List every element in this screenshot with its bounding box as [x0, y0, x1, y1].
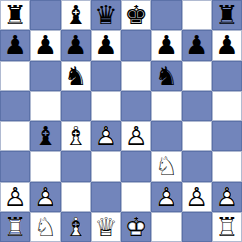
piece-glyph: ♘: [155, 153, 178, 179]
square-h2[interactable]: ♟♙: [212, 182, 242, 212]
piece-glyph: ♟: [155, 32, 178, 58]
square-b4[interactable]: ♝: [30, 121, 60, 151]
piece-glyph: ♝: [34, 123, 57, 149]
black-pawn-h7: ♟: [215, 32, 238, 58]
white-rook-a1: ♜♖: [3, 214, 26, 240]
square-c5[interactable]: [61, 91, 91, 121]
square-a8[interactable]: ♜: [0, 0, 30, 30]
square-b8[interactable]: [30, 0, 60, 30]
piece-glyph: ♗: [64, 123, 87, 149]
square-f2[interactable]: ♟♙: [151, 182, 181, 212]
white-pawn-g2: ♟♙: [185, 184, 208, 210]
piece-glyph: ♚: [124, 2, 147, 28]
black-knight-f6: ♞: [155, 63, 178, 89]
piece-glyph: ♙: [34, 184, 57, 210]
square-b1[interactable]: ♞♘: [30, 212, 60, 242]
square-d2[interactable]: [91, 182, 121, 212]
square-f1[interactable]: [151, 212, 181, 242]
piece-glyph: ♙: [215, 184, 238, 210]
piece-glyph: ♜: [3, 2, 26, 28]
square-e8[interactable]: ♚: [121, 0, 151, 30]
black-king-e8: ♚: [124, 2, 147, 28]
piece-glyph: ♖: [215, 214, 238, 240]
square-a6[interactable]: [0, 61, 30, 91]
square-g6[interactable]: [182, 61, 212, 91]
piece-glyph: ♙: [155, 184, 178, 210]
square-h4[interactable]: [212, 121, 242, 151]
square-h5[interactable]: [212, 91, 242, 121]
white-pawn-d4: ♟♙: [94, 123, 117, 149]
piece-glyph: ♕: [94, 214, 117, 240]
square-d6[interactable]: [91, 61, 121, 91]
white-rook-h1: ♜♖: [215, 214, 238, 240]
white-knight-f3: ♞♘: [155, 153, 178, 179]
square-f8[interactable]: [151, 0, 181, 30]
white-bishop-c4: ♝♗: [64, 123, 87, 149]
square-h3[interactable]: [212, 151, 242, 181]
square-a2[interactable]: ♟♙: [0, 182, 30, 212]
piece-glyph: ♟: [94, 32, 117, 58]
square-d1[interactable]: ♛♕: [91, 212, 121, 242]
square-c4[interactable]: ♝♗: [61, 121, 91, 151]
square-h8[interactable]: ♜: [212, 0, 242, 30]
piece-glyph: ♗: [64, 214, 87, 240]
square-d5[interactable]: [91, 91, 121, 121]
piece-glyph: ♟: [185, 32, 208, 58]
square-c7[interactable]: ♟: [61, 30, 91, 60]
square-f6[interactable]: ♞: [151, 61, 181, 91]
white-bishop-c1: ♝♗: [64, 214, 87, 240]
square-g7[interactable]: ♟: [182, 30, 212, 60]
square-g2[interactable]: ♟♙: [182, 182, 212, 212]
square-h1[interactable]: ♜♖: [212, 212, 242, 242]
piece-glyph: ♖: [3, 214, 26, 240]
square-d4[interactable]: ♟♙: [91, 121, 121, 151]
white-pawn-f2: ♟♙: [155, 184, 178, 210]
square-h7[interactable]: ♟: [212, 30, 242, 60]
piece-glyph: ♟: [64, 32, 87, 58]
piece-glyph: ♛: [94, 2, 117, 28]
square-g5[interactable]: [182, 91, 212, 121]
piece-glyph: ♟: [3, 32, 26, 58]
square-f4[interactable]: [151, 121, 181, 151]
black-rook-a8: ♜: [3, 2, 26, 28]
piece-glyph: ♝: [64, 2, 87, 28]
black-queen-d8: ♛: [94, 2, 117, 28]
square-e6[interactable]: [121, 61, 151, 91]
white-pawn-e4: ♟♙: [124, 123, 147, 149]
square-d7[interactable]: ♟: [91, 30, 121, 60]
square-a3[interactable]: [0, 151, 30, 181]
black-bishop-c8: ♝: [64, 2, 87, 28]
square-e5[interactable]: [121, 91, 151, 121]
white-queen-d1: ♛♕: [94, 214, 117, 240]
piece-glyph: ♘: [34, 214, 57, 240]
square-c1[interactable]: ♝♗: [61, 212, 91, 242]
square-b2[interactable]: ♟♙: [30, 182, 60, 212]
square-d3[interactable]: [91, 151, 121, 181]
square-f3[interactable]: ♞♘: [151, 151, 181, 181]
square-g4[interactable]: [182, 121, 212, 151]
piece-glyph: ♜: [215, 2, 238, 28]
black-bishop-b4: ♝: [34, 123, 57, 149]
square-a4[interactable]: [0, 121, 30, 151]
square-c6[interactable]: ♞: [61, 61, 91, 91]
black-pawn-f7: ♟: [155, 32, 178, 58]
square-c2[interactable]: [61, 182, 91, 212]
square-g8[interactable]: [182, 0, 212, 30]
black-pawn-d7: ♟: [94, 32, 117, 58]
black-pawn-b7: ♟: [34, 32, 57, 58]
piece-glyph: ♞: [64, 63, 87, 89]
white-pawn-h2: ♟♙: [215, 184, 238, 210]
square-e4[interactable]: ♟♙: [121, 121, 151, 151]
square-h6[interactable]: [212, 61, 242, 91]
piece-glyph: ♟: [34, 32, 57, 58]
square-b5[interactable]: [30, 91, 60, 121]
black-pawn-a7: ♟: [3, 32, 26, 58]
piece-glyph: ♙: [94, 123, 117, 149]
black-pawn-g7: ♟: [185, 32, 208, 58]
square-g1[interactable]: [182, 212, 212, 242]
square-d8[interactable]: ♛: [91, 0, 121, 30]
black-pawn-c7: ♟: [64, 32, 87, 58]
square-c8[interactable]: ♝: [61, 0, 91, 30]
square-b6[interactable]: [30, 61, 60, 91]
square-a1[interactable]: ♜♖: [0, 212, 30, 242]
chess-board: ♜♝♛♚♜♟♟♟♟♟♟♟♞♞♝♝♗♟♙♟♙♞♘♟♙♟♙♟♙♟♙♟♙♜♖♞♘♝♗♛…: [0, 0, 242, 242]
white-king-e1: ♚♔: [124, 214, 147, 240]
piece-glyph: ♟: [215, 32, 238, 58]
white-pawn-a2: ♟♙: [3, 184, 26, 210]
piece-glyph: ♙: [3, 184, 26, 210]
square-b7[interactable]: ♟: [30, 30, 60, 60]
black-rook-h8: ♜: [215, 2, 238, 28]
square-g3[interactable]: [182, 151, 212, 181]
square-f7[interactable]: ♟: [151, 30, 181, 60]
square-e2[interactable]: [121, 182, 151, 212]
piece-glyph: ♙: [185, 184, 208, 210]
square-e1[interactable]: ♚♔: [121, 212, 151, 242]
piece-glyph: ♙: [124, 123, 147, 149]
white-knight-b1: ♞♘: [34, 214, 57, 240]
square-a7[interactable]: ♟: [0, 30, 30, 60]
piece-glyph: ♞: [155, 63, 178, 89]
black-knight-c6: ♞: [64, 63, 87, 89]
piece-glyph: ♔: [124, 214, 147, 240]
square-f5[interactable]: [151, 91, 181, 121]
square-b3[interactable]: [30, 151, 60, 181]
square-a5[interactable]: [0, 91, 30, 121]
square-e7[interactable]: [121, 30, 151, 60]
white-pawn-b2: ♟♙: [34, 184, 57, 210]
square-e3[interactable]: [121, 151, 151, 181]
square-c3[interactable]: [61, 151, 91, 181]
